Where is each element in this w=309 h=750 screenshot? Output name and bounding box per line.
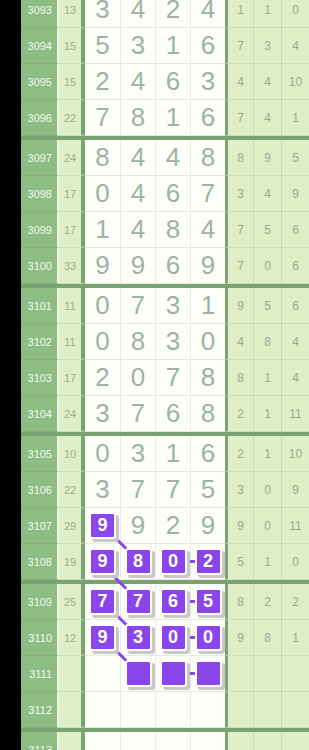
stat-cell: 4 — [253, 64, 281, 100]
digit-cell: 2 — [85, 64, 120, 100]
digit-cell: 0 — [155, 620, 190, 656]
digit-cell: 7 — [120, 584, 155, 620]
table-row: 3106 22 3 7 7 5 3 0 9 — [21, 472, 309, 508]
digit-cell: 1 — [155, 436, 190, 472]
pick-box[interactable]: 5 — [195, 588, 222, 615]
digit-cell: 7 — [155, 472, 190, 508]
stat-cell: 0 — [281, 0, 309, 28]
digit-cell — [120, 732, 155, 750]
draw-number-cell: 3098 — [21, 176, 59, 212]
digit-cell: 8 — [190, 360, 225, 396]
stat-cell: 6 — [281, 248, 309, 284]
digit-cell: 1 — [155, 28, 190, 64]
digit-cell — [85, 692, 120, 728]
sum-cell — [59, 692, 85, 728]
digit-cell: 7 — [120, 472, 155, 508]
stat-cell: 10 — [281, 64, 309, 100]
stat-cell: 9 — [225, 620, 253, 656]
digit-cell: 5 — [190, 584, 225, 620]
sum-cell: 15 — [59, 28, 85, 64]
stat-cell: 1 — [253, 436, 281, 472]
digit-cell — [85, 732, 120, 750]
pick-box[interactable]: 2 — [195, 548, 222, 575]
stat-cell: 1 — [253, 544, 281, 580]
digit-cell: 4 — [155, 140, 190, 176]
stat-cell: 8 — [225, 360, 253, 396]
digit-cell: 0 — [190, 324, 225, 360]
digit-cell: 6 — [190, 28, 225, 64]
digit-cell: 6 — [155, 176, 190, 212]
digit-cell: 2 — [190, 544, 225, 580]
pick-box[interactable]: 0 — [160, 624, 187, 651]
stat-cell — [281, 732, 309, 750]
table-row: 3102 11 0 8 3 0 4 8 4 — [21, 324, 309, 360]
stat-cell: 4 — [281, 360, 309, 396]
table-row: 3104 24 3 7 6 8 2 1 11 — [21, 396, 309, 432]
stat-cell — [281, 656, 309, 692]
stat-cell: 11 — [281, 396, 309, 432]
draw-number-cell: 3112 — [21, 692, 59, 728]
digit-cell: 3 — [120, 436, 155, 472]
stat-cell: 9 — [225, 288, 253, 324]
digit-cell: 7 — [155, 360, 190, 396]
stat-cell: 1 — [253, 396, 281, 432]
sum-cell: 11 — [59, 288, 85, 324]
stat-cell: 11 — [281, 508, 309, 544]
digit-cell: 4 — [120, 212, 155, 248]
draw-number-cell: 3096 — [21, 100, 59, 136]
pick-box[interactable]: 3 — [125, 624, 152, 651]
digit-cell — [155, 656, 190, 692]
sum-cell: 24 — [59, 396, 85, 432]
digit-cell: 6 — [155, 396, 190, 432]
digit-cell — [120, 692, 155, 728]
table-row: 3107 29 9 9 2 9 9 0 11 — [21, 508, 309, 544]
stat-cell — [225, 692, 253, 728]
table-row: 3098 17 0 4 6 7 3 4 9 — [21, 176, 309, 212]
stat-cell: 3 — [253, 28, 281, 64]
table-row: 3110 12 9 3 0 0 9 8 1 — [21, 620, 309, 656]
stat-cell: 2 — [225, 396, 253, 432]
sum-cell: 12 — [59, 620, 85, 656]
stat-cell: 4 — [281, 324, 309, 360]
stat-cell: 9 — [225, 508, 253, 544]
draw-number-cell: 3109 — [21, 584, 59, 620]
digit-cell: 8 — [120, 324, 155, 360]
stat-cell: 8 — [253, 620, 281, 656]
stat-cell: 5 — [225, 544, 253, 580]
stat-cell: 8 — [225, 140, 253, 176]
table-row: 3113 — [21, 732, 309, 750]
sum-cell: 22 — [59, 472, 85, 508]
sum-cell: 22 — [59, 100, 85, 136]
stat-cell: 2 — [281, 584, 309, 620]
digit-cell: 3 — [120, 28, 155, 64]
stat-cell: 1 — [281, 100, 309, 136]
stat-cell — [253, 732, 281, 750]
table-row: 3096 22 7 8 1 6 7 4 1 — [21, 100, 309, 136]
digit-cell: 7 — [190, 176, 225, 212]
draw-number-cell: 3106 — [21, 472, 59, 508]
stat-cell: 7 — [225, 212, 253, 248]
stat-cell: 7 — [225, 28, 253, 64]
digit-cell: 8 — [190, 396, 225, 432]
pick-box[interactable]: 8 — [125, 548, 152, 575]
digit-cell: 6 — [155, 248, 190, 284]
table-row: 3094 15 5 3 1 6 7 3 4 — [21, 28, 309, 64]
draw-number-cell: 3108 — [21, 544, 59, 580]
pick-box[interactable]: 9 — [89, 548, 116, 575]
table-row: 3105 10 0 3 1 6 2 1 10 — [21, 436, 309, 472]
table-row: 3099 17 1 4 8 4 7 5 6 — [21, 212, 309, 248]
table-row: 3108 19 9 8 0 2 5 1 0 — [21, 544, 309, 580]
digit-cell: 0 — [190, 620, 225, 656]
stat-cell: 4 — [253, 100, 281, 136]
draw-number-cell: 3107 — [21, 508, 59, 544]
digit-cell: 3 — [85, 396, 120, 432]
table-row: 3093 13 3 4 2 4 1 1 0 — [21, 0, 309, 28]
digit-cell: 1 — [155, 100, 190, 136]
draw-number-cell: 3097 — [21, 140, 59, 176]
sum-cell: 15 — [59, 64, 85, 100]
digit-cell: 0 — [85, 176, 120, 212]
digit-cell: 9 — [85, 544, 120, 580]
stat-cell: 4 — [281, 28, 309, 64]
digit-cell: 6 — [155, 64, 190, 100]
draw-number-cell: 3104 — [21, 396, 59, 432]
stat-cell: 4 — [225, 64, 253, 100]
digit-cell: 0 — [120, 360, 155, 396]
sum-cell — [59, 656, 85, 692]
table-row: 3097 24 8 4 4 8 8 9 5 — [21, 140, 309, 176]
sum-cell: 11 — [59, 324, 85, 360]
digit-cell — [120, 656, 155, 692]
draw-number-cell: 3103 — [21, 360, 59, 396]
digit-cell: 4 — [120, 0, 155, 28]
stat-cell: 6 — [281, 212, 309, 248]
digit-cell: 3 — [120, 620, 155, 656]
pick-box[interactable]: 9 — [89, 624, 116, 651]
digit-cell: 3 — [190, 64, 225, 100]
pick-box[interactable]: 6 — [160, 588, 187, 615]
table-row: 3112 — [21, 692, 309, 728]
digit-cell: 4 — [120, 140, 155, 176]
digit-cell: 9 — [190, 508, 225, 544]
draw-number-cell: 3093 — [21, 0, 59, 28]
pick-box[interactable]: 7 — [89, 588, 116, 615]
table-row: 3111 — [21, 656, 309, 692]
digit-cell: 1 — [190, 288, 225, 324]
table-row: 3100 33 9 9 6 9 7 0 6 — [21, 248, 309, 284]
digit-cell: 7 — [85, 100, 120, 136]
sum-cell: 17 — [59, 360, 85, 396]
digit-cell: 9 — [120, 508, 155, 544]
digit-cell: 4 — [190, 212, 225, 248]
pick-box[interactable]: 0 — [195, 624, 222, 651]
sum-cell: 24 — [59, 140, 85, 176]
digit-cell: 3 — [155, 288, 190, 324]
digit-cell: 0 — [85, 288, 120, 324]
digit-cell: 5 — [190, 472, 225, 508]
digit-cell: 4 — [120, 64, 155, 100]
stat-cell: 1 — [225, 0, 253, 28]
digit-cell: 6 — [155, 584, 190, 620]
stat-cell: 4 — [253, 176, 281, 212]
sum-cell: 10 — [59, 436, 85, 472]
draw-number-cell: 3099 — [21, 212, 59, 248]
pick-box[interactable]: 7 — [125, 588, 152, 615]
sum-cell: 13 — [59, 0, 85, 28]
digit-cell: 2 — [155, 0, 190, 28]
digit-cell — [155, 692, 190, 728]
stat-cell: 9 — [253, 140, 281, 176]
digit-cell: 7 — [120, 288, 155, 324]
stat-cell: 0 — [253, 508, 281, 544]
sum-cell: 17 — [59, 176, 85, 212]
digit-cell: 1 — [85, 212, 120, 248]
stat-cell: 10 — [281, 436, 309, 472]
digit-cell: 2 — [155, 508, 190, 544]
draw-number-cell: 3113 — [21, 732, 59, 750]
digit-cell: 6 — [190, 436, 225, 472]
stat-cell — [253, 692, 281, 728]
table-row: 3101 11 0 7 3 1 9 5 6 — [21, 288, 309, 324]
digit-cell: 2 — [85, 360, 120, 396]
sum-cell: 17 — [59, 212, 85, 248]
draw-number-cell: 3105 — [21, 436, 59, 472]
stat-cell — [225, 656, 253, 692]
digit-cell: 4 — [190, 0, 225, 28]
digit-cell: 9 — [120, 248, 155, 284]
table-row: 3095 15 2 4 6 3 4 4 10 — [21, 64, 309, 100]
digit-cell: 8 — [120, 544, 155, 580]
stat-cell — [225, 732, 253, 750]
stat-cell: 5 — [281, 140, 309, 176]
stat-cell: 3 — [225, 472, 253, 508]
stat-cell: 1 — [253, 360, 281, 396]
digit-cell: 7 — [120, 396, 155, 432]
digit-cell: 3 — [155, 324, 190, 360]
draw-number-cell: 3095 — [21, 64, 59, 100]
draws-table: 3093 13 3 4 2 4 1 1 0 3094 15 5 3 1 6 7 … — [21, 0, 309, 750]
digit-cell: 8 — [155, 212, 190, 248]
pick-box[interactable] — [125, 660, 152, 687]
digit-cell — [155, 732, 190, 750]
stat-cell: 0 — [253, 248, 281, 284]
draw-number-cell: 3102 — [21, 324, 59, 360]
digit-cell: 9 — [85, 248, 120, 284]
stat-cell: 1 — [281, 620, 309, 656]
sum-cell: 33 — [59, 248, 85, 284]
draw-number-cell: 3101 — [21, 288, 59, 324]
sum-cell: 25 — [59, 584, 85, 620]
stat-cell: 7 — [225, 100, 253, 136]
stat-cell — [281, 692, 309, 728]
stat-cell: 9 — [281, 176, 309, 212]
digit-cell — [190, 656, 225, 692]
stat-cell: 8 — [225, 584, 253, 620]
stat-cell: 5 — [253, 288, 281, 324]
digit-cell: 8 — [85, 140, 120, 176]
digit-cell: 0 — [85, 324, 120, 360]
stat-cell: 2 — [253, 584, 281, 620]
digit-cell — [190, 692, 225, 728]
sum-cell — [59, 732, 85, 750]
digit-cell — [85, 656, 120, 692]
stat-cell: 0 — [253, 472, 281, 508]
stat-cell: 3 — [225, 176, 253, 212]
draw-number-cell: 3111 — [21, 656, 59, 692]
sum-cell: 19 — [59, 544, 85, 580]
digit-cell: 9 — [190, 248, 225, 284]
table-row: 3103 17 2 0 7 8 8 1 4 — [21, 360, 309, 396]
sum-cell: 29 — [59, 508, 85, 544]
pick-box[interactable] — [195, 660, 222, 687]
table-row: 3109 25 7 7 6 5 8 2 2 — [21, 584, 309, 620]
pick-box[interactable]: 0 — [160, 548, 187, 575]
digit-cell — [190, 732, 225, 750]
pick-box[interactable]: 9 — [89, 512, 116, 539]
draw-number-cell: 3100 — [21, 248, 59, 284]
stat-cell: 7 — [225, 248, 253, 284]
stat-cell: 8 — [253, 324, 281, 360]
digit-cell: 5 — [85, 28, 120, 64]
stat-cell: 6 — [281, 288, 309, 324]
stat-cell: 0 — [281, 544, 309, 580]
stat-cell: 9 — [281, 472, 309, 508]
digit-cell: 3 — [85, 0, 120, 28]
stat-cell: 5 — [253, 212, 281, 248]
lottery-history-screen: 3093 13 3 4 2 4 1 1 0 3094 15 5 3 1 6 7 … — [0, 0, 309, 750]
stat-cell: 2 — [225, 436, 253, 472]
draw-number-cell: 3110 — [21, 620, 59, 656]
draw-number-cell: 3094 — [21, 28, 59, 64]
digit-cell: 6 — [190, 100, 225, 136]
stat-cell: 1 — [253, 0, 281, 28]
digit-cell: 0 — [155, 544, 190, 580]
digit-cell: 8 — [120, 100, 155, 136]
pick-box[interactable] — [160, 660, 187, 687]
digit-cell: 8 — [190, 140, 225, 176]
stat-cell — [253, 656, 281, 692]
digit-cell: 0 — [85, 436, 120, 472]
digit-cell: 3 — [85, 472, 120, 508]
digit-cell: 4 — [120, 176, 155, 212]
stat-cell: 4 — [225, 324, 253, 360]
